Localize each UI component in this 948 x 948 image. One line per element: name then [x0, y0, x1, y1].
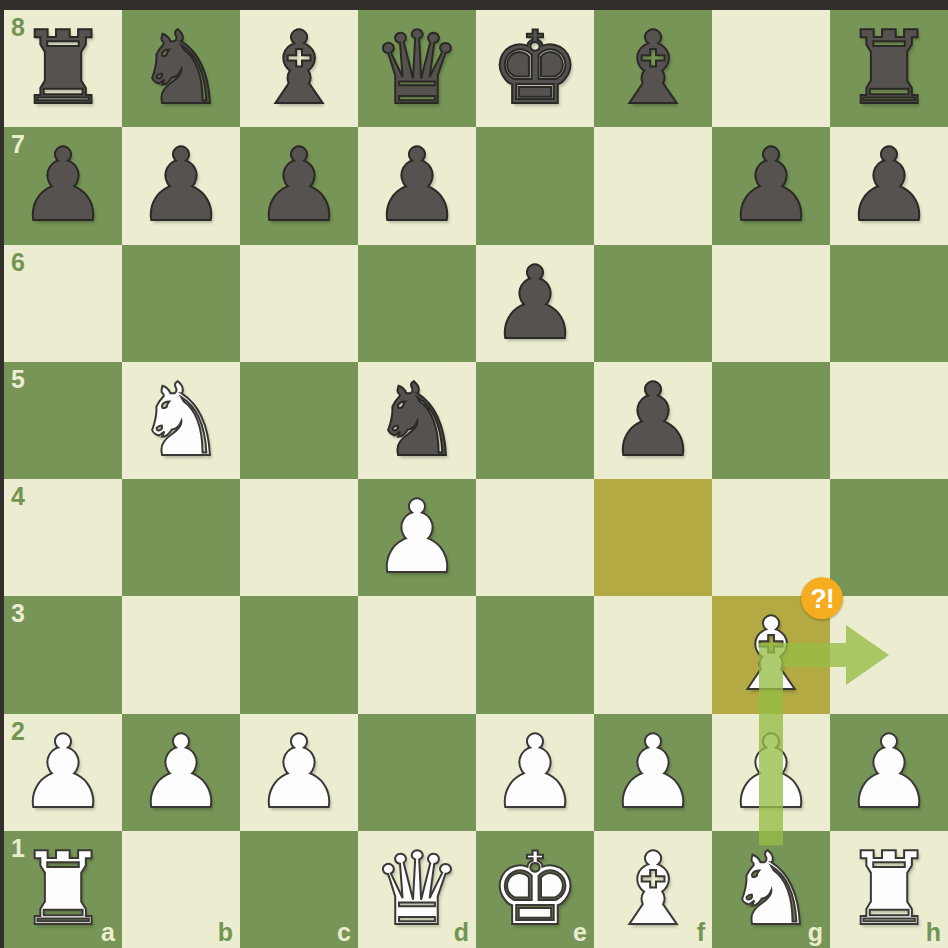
square-b7[interactable]: ♟	[122, 127, 240, 244]
square-e5[interactable]	[476, 362, 594, 479]
file-label-c: c	[337, 920, 351, 945]
square-e1[interactable]: e♚	[476, 831, 594, 948]
square-h6[interactable]	[830, 245, 948, 362]
rank-label-4: 4	[11, 484, 25, 509]
square-h4[interactable]	[830, 479, 948, 596]
black-knight[interactable]: ♞	[136, 10, 227, 127]
white-knight[interactable]: ♞	[136, 362, 227, 479]
white-queen[interactable]: ♛	[372, 831, 463, 948]
square-a8[interactable]: 8♜	[4, 10, 122, 127]
square-f6[interactable]	[594, 245, 712, 362]
square-b5[interactable]: ♞	[122, 362, 240, 479]
square-g1[interactable]: g♞	[712, 831, 830, 948]
square-h2[interactable]: ♟	[830, 714, 948, 831]
square-f8[interactable]: ♝	[594, 10, 712, 127]
square-g6[interactable]	[712, 245, 830, 362]
black-bishop[interactable]: ♝	[608, 10, 699, 127]
square-g2[interactable]: ♟	[712, 714, 830, 831]
square-f2[interactable]: ♟	[594, 714, 712, 831]
square-a3[interactable]: 3	[4, 596, 122, 713]
square-e4[interactable]	[476, 479, 594, 596]
square-g4[interactable]	[712, 479, 830, 596]
square-a6[interactable]: 6	[4, 245, 122, 362]
white-pawn[interactable]: ♟	[490, 714, 581, 831]
square-g7[interactable]: ♟	[712, 127, 830, 244]
white-pawn[interactable]: ♟	[136, 714, 227, 831]
square-b2[interactable]: ♟	[122, 714, 240, 831]
square-a7[interactable]: 7♟	[4, 127, 122, 244]
square-d5[interactable]: ♞	[358, 362, 476, 479]
square-b6[interactable]	[122, 245, 240, 362]
square-d3[interactable]	[358, 596, 476, 713]
white-king[interactable]: ♚	[490, 831, 581, 948]
square-g8[interactable]	[712, 10, 830, 127]
white-pawn[interactable]: ♟	[844, 714, 935, 831]
white-rook[interactable]: ♜	[844, 831, 935, 948]
white-pawn[interactable]: ♟	[726, 714, 817, 831]
square-d7[interactable]: ♟	[358, 127, 476, 244]
square-f3[interactable]	[594, 596, 712, 713]
black-bishop[interactable]: ♝	[254, 10, 345, 127]
black-pawn[interactable]: ♟	[136, 127, 227, 244]
square-b1[interactable]: b	[122, 831, 240, 948]
white-knight[interactable]: ♞	[726, 831, 817, 948]
square-d6[interactable]	[358, 245, 476, 362]
white-pawn[interactable]: ♟	[608, 714, 699, 831]
black-rook[interactable]: ♜	[844, 10, 935, 127]
square-f5[interactable]: ♟	[594, 362, 712, 479]
square-g5[interactable]	[712, 362, 830, 479]
square-c7[interactable]: ♟	[240, 127, 358, 244]
rank-label-5: 5	[11, 367, 25, 392]
black-pawn[interactable]: ♟	[18, 127, 109, 244]
black-pawn[interactable]: ♟	[254, 127, 345, 244]
black-pawn[interactable]: ♟	[844, 127, 935, 244]
white-bishop[interactable]: ♝	[726, 596, 817, 713]
black-pawn[interactable]: ♟	[372, 127, 463, 244]
square-b3[interactable]	[122, 596, 240, 713]
square-d2[interactable]	[358, 714, 476, 831]
square-e3[interactable]	[476, 596, 594, 713]
square-b8[interactable]: ♞	[122, 10, 240, 127]
square-h5[interactable]	[830, 362, 948, 479]
rank-label-6: 6	[11, 250, 25, 275]
black-rook[interactable]: ♜	[18, 10, 109, 127]
square-d4[interactable]: ♟	[358, 479, 476, 596]
black-knight[interactable]: ♞	[372, 362, 463, 479]
square-e7[interactable]	[476, 127, 594, 244]
square-f4[interactable]	[594, 479, 712, 596]
square-b4[interactable]	[122, 479, 240, 596]
square-a4[interactable]: 4	[4, 479, 122, 596]
square-c1[interactable]: c	[240, 831, 358, 948]
white-rook[interactable]: ♜	[18, 831, 109, 948]
square-c8[interactable]: ♝	[240, 10, 358, 127]
square-f1[interactable]: f♝	[594, 831, 712, 948]
square-g3[interactable]: ♝	[712, 596, 830, 713]
square-c4[interactable]	[240, 479, 358, 596]
square-e6[interactable]: ♟	[476, 245, 594, 362]
square-d8[interactable]: ♛	[358, 10, 476, 127]
square-d1[interactable]: d♛	[358, 831, 476, 948]
chess-board: 8♜♞♝♛♚♝♜7♟♟♟♟♟♟6♟5♞♞♟4♟3♝2♟♟♟♟♟♟♟1a♜bcd♛…	[4, 10, 948, 948]
square-c5[interactable]	[240, 362, 358, 479]
square-h1[interactable]: h♜	[830, 831, 948, 948]
white-pawn[interactable]: ♟	[372, 479, 463, 596]
white-bishop[interactable]: ♝	[608, 831, 699, 948]
square-a2[interactable]: 2♟	[4, 714, 122, 831]
black-queen[interactable]: ♛	[372, 10, 463, 127]
square-h3[interactable]	[830, 596, 948, 713]
black-pawn[interactable]: ♟	[726, 127, 817, 244]
square-h7[interactable]: ♟	[830, 127, 948, 244]
square-a1[interactable]: 1a♜	[4, 831, 122, 948]
square-c6[interactable]	[240, 245, 358, 362]
white-pawn[interactable]: ♟	[254, 714, 345, 831]
white-pawn[interactable]: ♟	[18, 714, 109, 831]
black-pawn[interactable]: ♟	[608, 362, 699, 479]
rank-label-3: 3	[11, 601, 25, 626]
black-pawn[interactable]: ♟	[490, 245, 581, 362]
square-f7[interactable]	[594, 127, 712, 244]
square-c2[interactable]: ♟	[240, 714, 358, 831]
square-e8[interactable]: ♚	[476, 10, 594, 127]
square-c3[interactable]	[240, 596, 358, 713]
file-label-b: b	[218, 920, 233, 945]
black-king[interactable]: ♚	[490, 10, 581, 127]
square-e2[interactable]: ♟	[476, 714, 594, 831]
square-a5[interactable]: 5	[4, 362, 122, 479]
square-h8[interactable]: ♜	[830, 10, 948, 127]
